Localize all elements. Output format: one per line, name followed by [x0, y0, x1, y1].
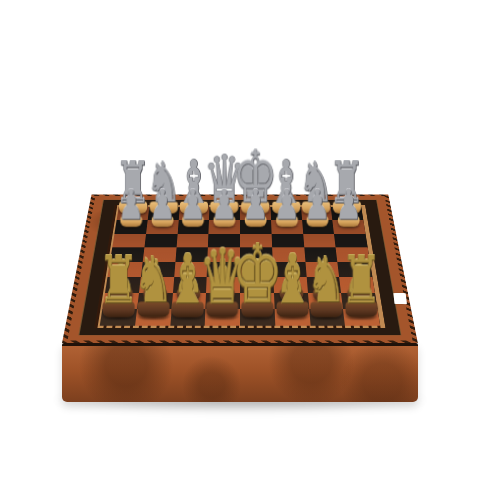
chess-board: ♜♞♝♛♚♝♞♜♟♟♟♟♟♟♟♟♟♟♟♟♟♟♟♟♜♞♝♛♚♝♞♜	[62, 195, 418, 343]
leather-box-side	[62, 343, 418, 402]
board-scene: ♜♞♝♛♚♝♞♜♟♟♟♟♟♟♟♟♟♟♟♟♟♟♟♟♜♞♝♛♚♝♞♜	[62, 0, 418, 343]
pawn-glyph: ♟	[149, 187, 175, 220]
pawn-glyph: ♟	[242, 187, 268, 220]
pawn-glyph: ♟	[211, 187, 237, 220]
photo-stage: ♜♞♝♛♚♝♞♜♟♟♟♟♟♟♟♟♟♟♟♟♟♟♟♟♜♞♝♛♚♝♞♜	[0, 0, 480, 480]
rook-glyph: ♜	[341, 254, 382, 307]
pawn-glyph: ♟	[274, 187, 300, 220]
pawn-glyph: ♟	[118, 187, 144, 220]
pawn-glyph: ♟	[336, 187, 362, 220]
pieces-layer: ♜♞♝♛♚♝♞♜♟♟♟♟♟♟♟♟♟♟♟♟♟♟♟♟♜♞♝♛♚♝♞♜	[100, 207, 381, 326]
pawn-glyph: ♟	[305, 187, 331, 220]
pawn-glyph: ♟	[180, 187, 206, 220]
